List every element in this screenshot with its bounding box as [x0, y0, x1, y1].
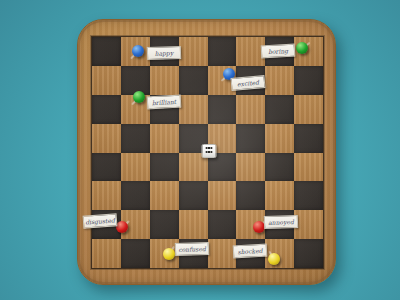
board-square[interactable]: [236, 95, 265, 124]
board-square[interactable]: [179, 66, 208, 95]
board-square[interactable]: [265, 95, 294, 124]
die[interactable]: [202, 144, 217, 158]
board-square[interactable]: [208, 181, 237, 210]
word-label: disgusted: [83, 213, 118, 228]
board-square[interactable]: [92, 239, 121, 268]
board-square[interactable]: [150, 124, 179, 153]
board-square[interactable]: [294, 210, 323, 239]
board-square[interactable]: [294, 95, 323, 124]
word-label: shocked: [233, 244, 268, 259]
board-square[interactable]: [265, 66, 294, 95]
board-square[interactable]: [92, 95, 121, 124]
word-label: confused: [175, 242, 209, 256]
board-square[interactable]: [208, 210, 237, 239]
die-pip-row: [205, 151, 214, 153]
board-square[interactable]: [92, 37, 121, 66]
board-square[interactable]: [179, 95, 208, 124]
board-square[interactable]: [179, 181, 208, 210]
word-label: annoyed: [264, 215, 298, 229]
pin-red[interactable]: [116, 221, 128, 233]
pin-ball-red: [116, 221, 128, 233]
board-square[interactable]: [208, 37, 237, 66]
board-square[interactable]: [265, 181, 294, 210]
pin-ball-blue: [132, 45, 144, 57]
board-square[interactable]: [236, 181, 265, 210]
pin-ball-green: [133, 91, 145, 103]
board-square[interactable]: [265, 124, 294, 153]
board-square[interactable]: [150, 210, 179, 239]
board-square[interactable]: [92, 124, 121, 153]
board-square[interactable]: [294, 66, 323, 95]
board-square[interactable]: [294, 239, 323, 268]
pin-ball-yellow: [163, 248, 175, 260]
board-square[interactable]: [179, 210, 208, 239]
board-square[interactable]: [294, 124, 323, 153]
board-square[interactable]: [236, 153, 265, 182]
board-square[interactable]: [294, 181, 323, 210]
die-pip: [210, 151, 212, 153]
pin-ball-yellow: [268, 253, 280, 265]
word-label: excited: [230, 75, 265, 91]
word-label: happy: [147, 46, 181, 60]
checkers-board: happyboringexcitedbrilliantdisgustedanno…: [77, 19, 336, 285]
board-square[interactable]: [92, 181, 121, 210]
board-square[interactable]: [150, 153, 179, 182]
word-label: brilliant: [147, 94, 182, 109]
board-square[interactable]: [121, 153, 150, 182]
board-square[interactable]: [92, 153, 121, 182]
pin-ball-green: [296, 42, 308, 54]
pin-green[interactable]: [133, 91, 145, 103]
board-square[interactable]: [150, 66, 179, 95]
board-square[interactable]: [121, 181, 150, 210]
word-label: boring: [261, 44, 296, 59]
board-square[interactable]: [265, 153, 294, 182]
pin-yellow[interactable]: [163, 248, 175, 260]
die-pip-row: [205, 147, 214, 149]
board-square[interactable]: [92, 66, 121, 95]
photo-background: happyboringexcitedbrilliantdisgustedanno…: [0, 0, 400, 300]
pin-yellow[interactable]: [268, 253, 280, 265]
board-square[interactable]: [208, 95, 237, 124]
board-square[interactable]: [121, 239, 150, 268]
pin-blue[interactable]: [132, 45, 144, 57]
board-square[interactable]: [179, 37, 208, 66]
die-pip: [210, 147, 212, 149]
board-square[interactable]: [150, 181, 179, 210]
board-square[interactable]: [208, 239, 237, 268]
board-square[interactable]: [236, 124, 265, 153]
board-square[interactable]: [294, 153, 323, 182]
pin-green[interactable]: [296, 42, 308, 54]
board-square[interactable]: [121, 124, 150, 153]
